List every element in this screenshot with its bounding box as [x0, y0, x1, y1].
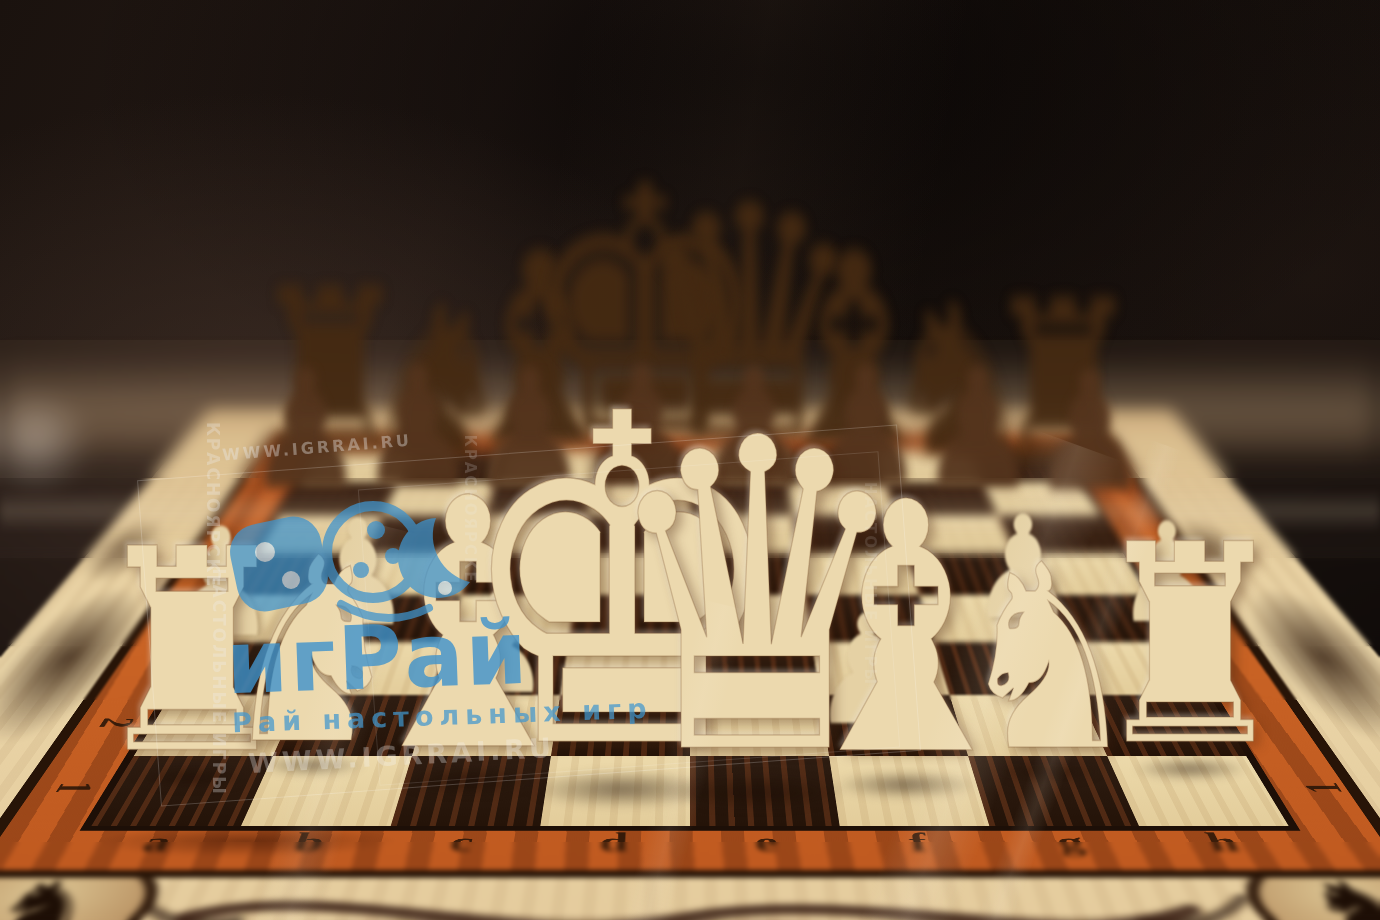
- chess-photo-scene: ♞ ♞ a b c d e f g h 1 2 1: [0, 0, 1380, 920]
- white-rook-h1[interactable]: ♜: [1089, 509, 1291, 784]
- pieces-layer: ♜♞♝♚♛♝♞♜♟♟♟♟♟♟♜♞♝♚♛♝♞♜♟♟♟♟♟♟♟♟: [0, 0, 1380, 920]
